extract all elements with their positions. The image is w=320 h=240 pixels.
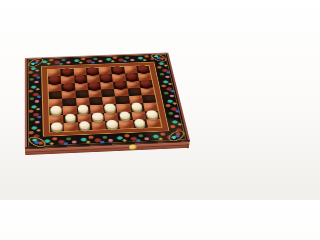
- checker-dark: [101, 74, 112, 82]
- checker-light: [51, 106, 62, 114]
- checker-dark: [137, 65, 148, 72]
- square-b1: [64, 122, 78, 131]
- checker-dark: [87, 67, 98, 74]
- checker-dark: [62, 68, 72, 75]
- latch-icon: [129, 144, 137, 149]
- board-left-edge: [27, 58, 28, 156]
- square-b5: [62, 90, 76, 98]
- floral-border-left: [28, 66, 42, 137]
- checker-light: [119, 111, 131, 120]
- box-seam: [25, 144, 190, 152]
- square-d1: [91, 121, 106, 130]
- checker-light: [106, 120, 118, 129]
- board-front-edge: [25, 140, 190, 155]
- checker-light: [104, 104, 116, 112]
- checker-light: [65, 113, 76, 122]
- checker-dark: [75, 75, 86, 83]
- square-a1: [50, 123, 64, 132]
- checker-light: [131, 102, 143, 110]
- photo-backdrop: [0, 0, 200, 200]
- checker-dark: [63, 82, 74, 90]
- checker-dark: [140, 79, 151, 87]
- square-e1: [105, 120, 120, 129]
- checker-dark: [114, 80, 125, 88]
- square-c1: [77, 122, 92, 131]
- checkers-board: [25, 53, 190, 149]
- checker-dark: [49, 76, 59, 84]
- square-h1: [146, 119, 161, 128]
- checker-light: [78, 105, 89, 113]
- checker-light: [51, 122, 62, 131]
- checker-dark: [112, 66, 123, 73]
- checker-light: [92, 112, 104, 121]
- checker-light: [146, 110, 158, 119]
- checker-dark: [89, 81, 100, 89]
- square-f1: [119, 120, 134, 129]
- checker-dark: [126, 73, 137, 81]
- checker-light: [134, 118, 146, 127]
- checker-light: [79, 121, 91, 130]
